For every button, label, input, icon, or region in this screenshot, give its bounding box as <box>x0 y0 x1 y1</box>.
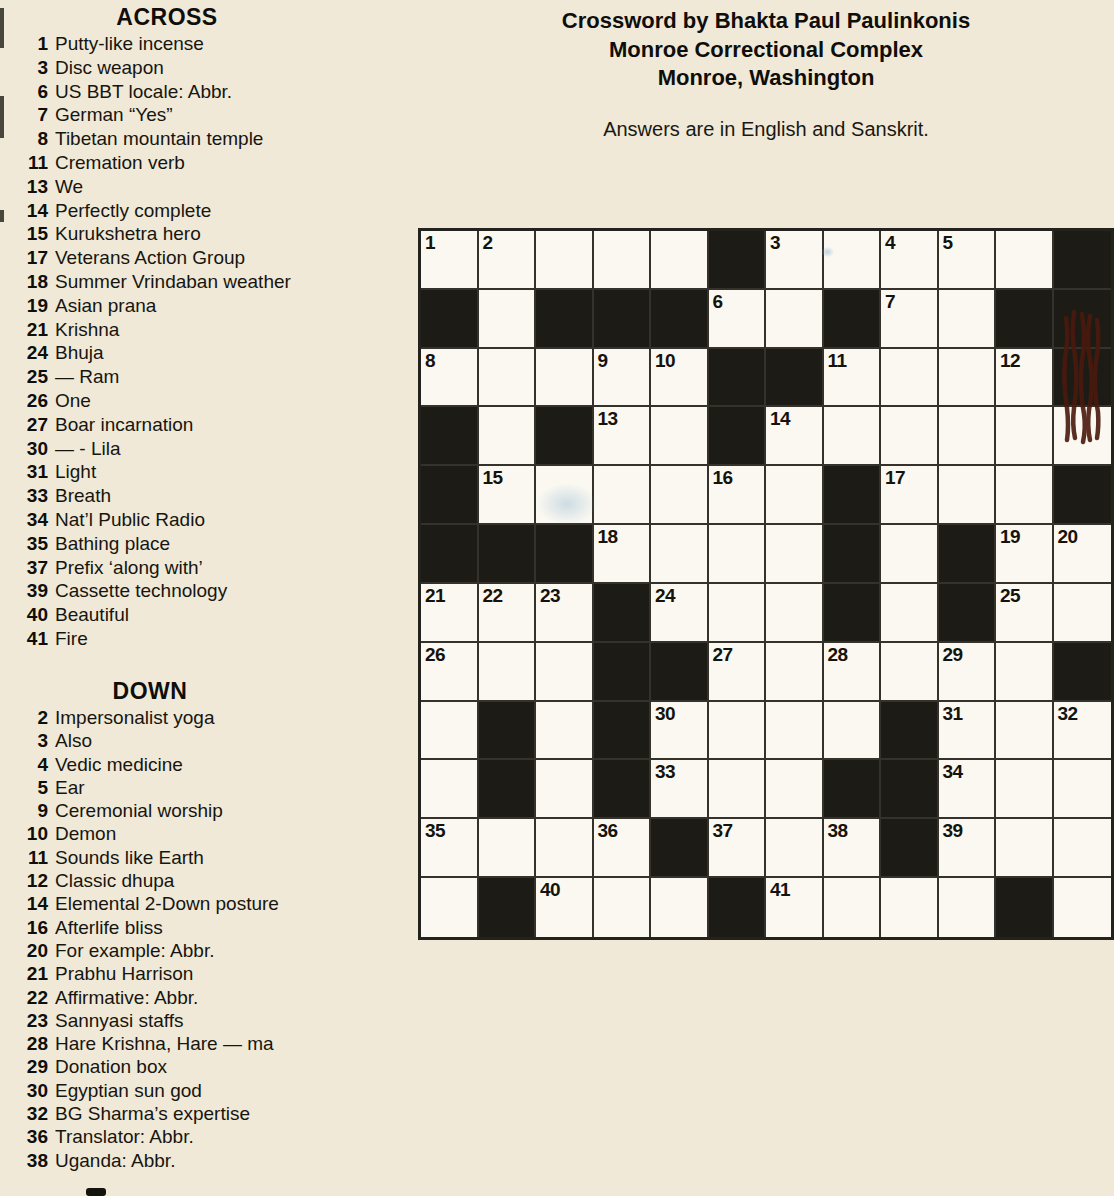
grid-cell[interactable] <box>536 643 594 702</box>
clue-number: 25 <box>0 366 55 388</box>
cell-number: 11 <box>828 351 847 370</box>
across-heading: ACROSS <box>0 4 334 30</box>
grid-cell[interactable]: 24 <box>651 584 709 643</box>
grid-cell[interactable] <box>766 525 824 584</box>
grid-cell[interactable] <box>651 525 709 584</box>
clue-item: 30— - Lila <box>0 438 334 462</box>
grid-cell[interactable] <box>881 407 939 466</box>
grid-cell[interactable]: 30 <box>651 702 709 761</box>
grid-cell-block <box>881 702 939 761</box>
clue-number: 19 <box>0 295 55 317</box>
grid-cell[interactable] <box>709 584 767 643</box>
grid-cell-block <box>536 290 594 349</box>
clue-number: 20 <box>0 940 55 962</box>
grid-cell-block <box>881 819 939 878</box>
grid-cell[interactable] <box>996 466 1054 525</box>
cell-number: 23 <box>540 586 560 605</box>
grid-cell[interactable]: 37 <box>709 819 767 878</box>
clue-number: 15 <box>0 223 55 245</box>
clue-item: 13We <box>0 176 334 200</box>
clue-number: 27 <box>0 414 55 436</box>
clue-text: One <box>55 390 91 412</box>
grid-cell[interactable]: 23 <box>536 584 594 643</box>
grid-cell[interactable]: 31 <box>939 702 997 761</box>
grid-cell-block <box>709 231 767 290</box>
clue-item: 30Egyptian sun god <box>0 1080 300 1103</box>
grid-cell-block <box>421 407 479 466</box>
grid-cell[interactable]: 2 <box>479 231 537 290</box>
clue-text: For example: Abbr. <box>55 940 214 962</box>
clue-item: 10Demon <box>0 823 300 846</box>
cell-number: 35 <box>425 821 445 840</box>
grid-cell-block <box>421 466 479 525</box>
clue-text: Asian prana <box>55 295 156 317</box>
clue-number: 10 <box>0 823 55 845</box>
grid-cell[interactable] <box>824 878 882 937</box>
clue-text: Disc weapon <box>55 57 164 79</box>
grid-cell-block <box>766 349 824 408</box>
cell-number: 14 <box>770 409 790 428</box>
cell-number: 3 <box>770 233 780 252</box>
cell-number: 28 <box>828 645 848 664</box>
clue-text: — - Lila <box>55 438 120 460</box>
clue-item: 24Bhuja <box>0 342 334 366</box>
grid-cell-block <box>709 878 767 937</box>
clue-item: 21Prabhu Harrison <box>0 963 300 986</box>
grid-cell[interactable]: 4 <box>881 231 939 290</box>
grid-cell[interactable]: 18 <box>594 525 652 584</box>
grid-cell[interactable] <box>651 231 709 290</box>
cell-number: 22 <box>483 586 503 605</box>
clue-text: Summer Vrindaban weather <box>55 271 291 293</box>
clue-item: 32BG Sharma’s expertise <box>0 1103 300 1126</box>
grid-cell[interactable] <box>824 702 882 761</box>
grid-cell[interactable] <box>421 878 479 937</box>
clue-item: 15Kurukshetra hero <box>0 223 334 247</box>
grid-cell[interactable]: 38 <box>824 819 882 878</box>
grid-cell-block <box>939 584 997 643</box>
grid-cell[interactable] <box>824 407 882 466</box>
cell-number: 25 <box>1000 586 1020 605</box>
grid-cell-block <box>594 702 652 761</box>
grid-cell[interactable]: 26 <box>421 643 479 702</box>
grid-cell-block <box>1054 466 1112 525</box>
clue-number: 30 <box>0 438 55 460</box>
grid-cell-block <box>824 760 882 819</box>
clue-number: 16 <box>0 917 55 939</box>
grid-cell[interactable] <box>709 760 767 819</box>
cell-number: 4 <box>885 233 895 252</box>
clue-number: 29 <box>0 1056 55 1078</box>
grid-cell-block <box>536 525 594 584</box>
grid-cell[interactable] <box>536 349 594 408</box>
cell-number: 36 <box>598 821 618 840</box>
grid-cell[interactable] <box>1054 878 1112 937</box>
clue-text: Prefix ‘along with’ <box>55 557 203 579</box>
clue-text: Boar incarnation <box>55 414 193 436</box>
clue-number: 8 <box>0 128 55 150</box>
clue-text: Fire <box>55 628 88 650</box>
grid-cell-block <box>594 584 652 643</box>
cell-number: 27 <box>713 645 733 664</box>
cell-number: 39 <box>943 821 963 840</box>
grid-cell[interactable]: 21 <box>421 584 479 643</box>
grid-cell-block <box>1054 231 1112 290</box>
cell-number: 34 <box>943 762 963 781</box>
clue-number: 12 <box>0 870 55 892</box>
clue-item: 39Cassette technology <box>0 580 334 604</box>
grid-cell-block <box>996 290 1054 349</box>
cell-number: 10 <box>655 351 675 370</box>
grid-cell[interactable]: 12 <box>996 349 1054 408</box>
clue-number: 9 <box>0 800 55 822</box>
grid-cell[interactable] <box>996 702 1054 761</box>
cell-number: 29 <box>943 645 963 664</box>
grid-cell-block <box>939 525 997 584</box>
grid-cell[interactable] <box>766 760 824 819</box>
down-heading: DOWN <box>0 678 300 704</box>
cell-number: 2 <box>483 233 493 252</box>
grid-cell[interactable] <box>996 231 1054 290</box>
grid-cell-block <box>421 525 479 584</box>
grid-cell[interactable] <box>421 760 479 819</box>
grid-cell[interactable]: 15 <box>479 466 537 525</box>
grid-cell[interactable] <box>594 231 652 290</box>
grid-cell[interactable] <box>996 407 1054 466</box>
clue-number: 32 <box>0 1103 55 1125</box>
grid-cell[interactable] <box>996 760 1054 819</box>
grid-cell[interactable]: 19 <box>996 525 1054 584</box>
grid-cell[interactable] <box>479 819 537 878</box>
clue-number: 1 <box>0 33 55 55</box>
clue-text: Veterans Action Group <box>55 247 245 269</box>
grid-cell[interactable]: 36 <box>594 819 652 878</box>
clue-item: 29Donation box <box>0 1056 300 1079</box>
clue-item: 17Veterans Action Group <box>0 247 334 271</box>
grid-cell[interactable]: 34 <box>939 760 997 819</box>
grid-cell[interactable]: 22 <box>479 584 537 643</box>
grid-cell[interactable] <box>939 349 997 408</box>
grid-cell-block <box>881 760 939 819</box>
grid-cell[interactable] <box>996 643 1054 702</box>
scan-edge-mark <box>0 96 4 138</box>
grid-cell[interactable]: 3 <box>766 231 824 290</box>
grid-cell[interactable] <box>536 819 594 878</box>
clue-item: 25— Ram <box>0 366 334 390</box>
grid-cell[interactable] <box>536 702 594 761</box>
grid-cell[interactable]: 6 <box>709 290 767 349</box>
grid-cell[interactable] <box>881 878 939 937</box>
clue-item: 3Disc weapon <box>0 57 334 81</box>
clue-item: 38Uganda: Abbr. <box>0 1150 300 1173</box>
grid-cell[interactable]: 1 <box>421 231 479 290</box>
grid-cell-block <box>824 525 882 584</box>
title-line-institution: Monroe Correctional Complex <box>418 36 1114 65</box>
grid-cell[interactable]: 5 <box>939 231 997 290</box>
grid-cell[interactable] <box>536 760 594 819</box>
cell-number: 17 <box>885 468 905 487</box>
cell-number: 7 <box>885 292 895 311</box>
grid-cell-block <box>479 878 537 937</box>
clue-item: 28Hare Krishna, Hare — ma <box>0 1033 300 1056</box>
cell-number: 19 <box>1000 527 1020 546</box>
clue-text: Hare Krishna, Hare — ma <box>55 1033 274 1055</box>
grid-cell[interactable]: 33 <box>651 760 709 819</box>
grid-cell[interactable]: 8 <box>421 349 479 408</box>
clue-text: Perfectly complete <box>55 200 211 222</box>
grid-cell-block <box>594 290 652 349</box>
grid-cell[interactable]: 32 <box>1054 702 1112 761</box>
grid-cell[interactable] <box>939 290 997 349</box>
clue-item: 35Bathing place <box>0 533 334 557</box>
clue-item: 2Impersonalist yoga <box>0 707 300 730</box>
grid-cell[interactable] <box>881 525 939 584</box>
grid-cell[interactable] <box>766 584 824 643</box>
clue-number: 36 <box>0 1126 55 1148</box>
clue-text: Elemental 2-Down posture <box>55 893 279 915</box>
cell-number: 32 <box>1058 704 1078 723</box>
grid-cell-block <box>479 702 537 761</box>
cell-number: 24 <box>655 586 675 605</box>
clue-item: 37Prefix ‘along with’ <box>0 557 334 581</box>
clue-text: Nat’l Public Radio <box>55 509 205 531</box>
clue-item: 5Ear <box>0 777 300 800</box>
grid-cell[interactable] <box>594 878 652 937</box>
grid-cell[interactable]: 41 <box>766 878 824 937</box>
scan-edge-mark <box>0 210 4 222</box>
clue-text: Also <box>55 730 92 752</box>
clue-item: 3Also <box>0 730 300 753</box>
clue-item: 11Sounds like Earth <box>0 847 300 870</box>
clue-number: 21 <box>0 963 55 985</box>
grid-cell[interactable]: 25 <box>996 584 1054 643</box>
cell-number: 9 <box>598 351 608 370</box>
clue-item: 8Tibetan mountain temple <box>0 128 334 152</box>
clue-item: 36Translator: Abbr. <box>0 1126 300 1149</box>
grid-cell[interactable]: 35 <box>421 819 479 878</box>
clue-number: 7 <box>0 104 55 126</box>
grid-cell[interactable] <box>766 702 824 761</box>
clue-text: Impersonalist yoga <box>55 707 214 729</box>
clue-number: 2 <box>0 707 55 729</box>
clue-text: Sannyasi staffs <box>55 1010 184 1032</box>
clue-number: 18 <box>0 271 55 293</box>
clue-number: 35 <box>0 533 55 555</box>
grid-cell[interactable]: 17 <box>881 466 939 525</box>
clue-number: 11 <box>0 847 55 869</box>
clue-text: Cassette technology <box>55 580 227 602</box>
clue-number: 23 <box>0 1010 55 1032</box>
clue-number: 28 <box>0 1033 55 1055</box>
grid-cell[interactable] <box>766 643 824 702</box>
grid-cell[interactable] <box>1054 819 1112 878</box>
clue-text: We <box>55 176 83 198</box>
grid-cell-block <box>824 290 882 349</box>
clue-number: 34 <box>0 509 55 531</box>
grid-cell[interactable] <box>1054 584 1112 643</box>
grid-cell-block <box>709 349 767 408</box>
cell-number: 16 <box>713 468 733 487</box>
cell-number: 40 <box>540 880 560 899</box>
clue-text: BG Sharma’s expertise <box>55 1103 250 1125</box>
grid-cell[interactable] <box>766 290 824 349</box>
grid-cell[interactable]: 40 <box>536 878 594 937</box>
cell-number: 18 <box>598 527 618 546</box>
clue-text: — Ram <box>55 366 119 388</box>
clue-item: 14Perfectly complete <box>0 200 334 224</box>
blue-smudge-artifact <box>537 483 597 525</box>
clue-item: 19Asian prana <box>0 295 334 319</box>
grid-cell[interactable] <box>939 407 997 466</box>
cell-number: 37 <box>713 821 733 840</box>
grid-cell[interactable] <box>479 349 537 408</box>
clue-text: German “Yes” <box>55 104 173 126</box>
grid-cell-block <box>824 584 882 643</box>
clue-item: 9Ceremonial worship <box>0 800 300 823</box>
grid-cell[interactable] <box>824 231 882 290</box>
clue-number: 39 <box>0 580 55 602</box>
clue-number: 17 <box>0 247 55 269</box>
across-clue-list: 1Putty-like incense3Disc weapon6US BBT l… <box>0 33 334 652</box>
grid-cell[interactable]: 28 <box>824 643 882 702</box>
clue-number: 41 <box>0 628 55 650</box>
grid-cell[interactable] <box>881 349 939 408</box>
grid-cell[interactable] <box>939 878 997 937</box>
clue-text: Prabhu Harrison <box>55 963 193 985</box>
grid-cell[interactable] <box>996 819 1054 878</box>
pen-scribble-artifact <box>1056 300 1108 450</box>
cell-number: 8 <box>425 351 435 370</box>
clue-number: 30 <box>0 1080 55 1102</box>
clue-item: 27Boar incarnation <box>0 414 334 438</box>
clue-text: Light <box>55 461 96 483</box>
grid-cell[interactable]: 7 <box>881 290 939 349</box>
clue-number: 3 <box>0 730 55 752</box>
clue-item: 1Putty-like incense <box>0 33 334 57</box>
clue-number: 13 <box>0 176 55 198</box>
clue-number: 6 <box>0 81 55 103</box>
grid-cell[interactable] <box>421 702 479 761</box>
grid-cell[interactable]: 20 <box>1054 525 1112 584</box>
grid-cell[interactable] <box>709 525 767 584</box>
grid-cell[interactable] <box>651 878 709 937</box>
grid-cell-block <box>479 760 537 819</box>
grid-cell[interactable]: 27 <box>709 643 767 702</box>
grid-cell[interactable]: 13 <box>594 407 652 466</box>
clue-item: 6US BBT locale: Abbr. <box>0 81 334 105</box>
clue-text: Affirmative: Abbr. <box>55 987 198 1009</box>
clue-item: 12Classic dhupa <box>0 870 300 893</box>
clue-item: 31Light <box>0 461 334 485</box>
grid-cell[interactable]: 9 <box>594 349 652 408</box>
clue-number: 40 <box>0 604 55 626</box>
clue-item: 11Cremation verb <box>0 152 334 176</box>
clue-text: Cremation verb <box>55 152 185 174</box>
cell-number: 30 <box>655 704 675 723</box>
down-clues-section: DOWN 2Impersonalist yoga3Also4Vedic medi… <box>0 678 300 1173</box>
clue-number: 3 <box>0 57 55 79</box>
grid-cell[interactable] <box>479 643 537 702</box>
clue-item: 14Elemental 2-Down posture <box>0 893 300 916</box>
clue-item: 7German “Yes” <box>0 104 334 128</box>
grid-cell[interactable] <box>479 407 537 466</box>
cell-number: 13 <box>598 409 618 428</box>
grid-cell-block <box>709 407 767 466</box>
grid-cell[interactable] <box>651 407 709 466</box>
clue-number: 31 <box>0 461 55 483</box>
clue-item: 18Summer Vrindaban weather <box>0 271 334 295</box>
grid-cell[interactable] <box>939 466 997 525</box>
cell-number: 12 <box>1000 351 1020 370</box>
grid-cell[interactable] <box>536 231 594 290</box>
scan-bottom-mark <box>86 1188 106 1196</box>
cell-number: 5 <box>943 233 953 252</box>
scanned-crossword-page: { "page": { "title_lines": [ "Crossword … <box>0 0 1114 1196</box>
clue-text: Afterlife bliss <box>55 917 163 939</box>
grid-cell[interactable] <box>881 584 939 643</box>
clue-number: 5 <box>0 777 55 799</box>
blue-speck-artifact <box>821 247 834 257</box>
grid-cell[interactable] <box>881 643 939 702</box>
clue-number: 33 <box>0 485 55 507</box>
cell-number: 33 <box>655 762 675 781</box>
cell-number: 31 <box>943 704 963 723</box>
title-block: Crossword by Bhakta Paul Paulinkonis Mon… <box>418 7 1114 141</box>
grid-cell-block <box>536 407 594 466</box>
clue-item: 41Fire <box>0 628 334 652</box>
clue-number: 14 <box>0 893 55 915</box>
clue-text: US BBT locale: Abbr. <box>55 81 232 103</box>
clue-item: 22Affirmative: Abbr. <box>0 987 300 1010</box>
grid-cell[interactable] <box>594 466 652 525</box>
grid-cell[interactable] <box>709 702 767 761</box>
grid-cell-block <box>651 819 709 878</box>
cell-number: 15 <box>483 468 503 487</box>
grid-cell-block <box>594 760 652 819</box>
cell-number: 41 <box>770 880 790 899</box>
clue-number: 38 <box>0 1150 55 1172</box>
cell-number: 21 <box>425 586 445 605</box>
grid-cell[interactable] <box>766 819 824 878</box>
clue-item: 26One <box>0 390 334 414</box>
clue-text: Vedic medicine <box>55 754 183 776</box>
clue-text: Kurukshetra hero <box>55 223 201 245</box>
grid-cell[interactable]: 16 <box>709 466 767 525</box>
grid-cell[interactable] <box>766 466 824 525</box>
grid-cell-block <box>651 643 709 702</box>
clue-text: Krishna <box>55 319 119 341</box>
grid-cell[interactable]: 11 <box>824 349 882 408</box>
clue-item: 34Nat’l Public Radio <box>0 509 334 533</box>
grid-cell[interactable]: 39 <box>939 819 997 878</box>
grid-cell[interactable] <box>1054 760 1112 819</box>
clue-text: Bhuja <box>55 342 104 364</box>
grid-cell[interactable]: 10 <box>651 349 709 408</box>
clue-item: 23Sannyasi staffs <box>0 1010 300 1033</box>
clue-number: 21 <box>0 319 55 341</box>
clue-number: 26 <box>0 390 55 412</box>
grid-cell[interactable]: 29 <box>939 643 997 702</box>
clue-number: 37 <box>0 557 55 579</box>
cell-number: 26 <box>425 645 445 664</box>
clue-text: Sounds like Earth <box>55 847 204 869</box>
grid-cell[interactable] <box>651 466 709 525</box>
grid-cell[interactable] <box>479 290 537 349</box>
clue-text: Ceremonial worship <box>55 800 223 822</box>
grid-cell-block <box>996 878 1054 937</box>
down-clue-list: 2Impersonalist yoga3Also4Vedic medicine5… <box>0 707 300 1173</box>
grid-cell[interactable]: 14 <box>766 407 824 466</box>
